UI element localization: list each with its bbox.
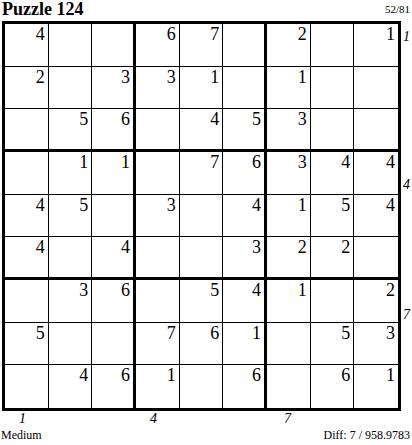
cell-r1c6[interactable] <box>223 24 267 67</box>
cell-r8c8[interactable]: 5 <box>311 323 355 366</box>
cell-r2c3[interactable]: 3 <box>92 67 136 110</box>
cell-r7c4[interactable] <box>136 280 180 323</box>
band-label-bottom-col7: 7 <box>284 412 291 426</box>
cell-r1c8[interactable] <box>311 24 355 67</box>
cell-r6c4[interactable] <box>136 237 180 280</box>
cell-r7c7[interactable]: 1 <box>267 280 311 323</box>
cell-r8c2[interactable] <box>49 323 93 366</box>
cell-r5c1[interactable]: 4 <box>5 195 49 238</box>
cell-r2c8[interactable] <box>311 67 355 110</box>
cell-r7c8[interactable] <box>311 280 355 323</box>
cell-r9c1[interactable] <box>5 365 49 408</box>
cell-r2c2[interactable] <box>49 67 93 110</box>
cell-r9c6[interactable]: 6 <box>223 365 267 408</box>
cell-r7c9[interactable]: 2 <box>354 280 398 323</box>
cell-r6c7[interactable]: 2 <box>267 237 311 280</box>
cell-r5c9[interactable]: 4 <box>354 195 398 238</box>
cell-r3c1[interactable] <box>5 109 49 152</box>
band-label-right-row7: 7 <box>403 308 410 322</box>
cell-r9c5[interactable] <box>180 365 224 408</box>
cell-r5c2[interactable]: 5 <box>49 195 93 238</box>
sudoku-board: 4672123311564531176344453415444322365412… <box>2 21 401 411</box>
difficulty-label: Medium <box>1 428 42 443</box>
cell-r3c2[interactable]: 5 <box>49 109 93 152</box>
cell-r4c4[interactable] <box>136 152 180 195</box>
cell-r7c5[interactable]: 5 <box>180 280 224 323</box>
cell-r8c1[interactable]: 5 <box>5 323 49 366</box>
cell-r4c3[interactable]: 1 <box>92 152 136 195</box>
cell-r2c6[interactable] <box>223 67 267 110</box>
cell-r1c5[interactable]: 7 <box>180 24 224 67</box>
cell-r1c4[interactable]: 6 <box>136 24 180 67</box>
cell-r1c7[interactable]: 2 <box>267 24 311 67</box>
cell-r8c9[interactable]: 3 <box>354 323 398 366</box>
cell-r2c4[interactable]: 3 <box>136 67 180 110</box>
cell-r3c6[interactable]: 5 <box>223 109 267 152</box>
cell-r1c3[interactable] <box>92 24 136 67</box>
cell-r1c2[interactable] <box>49 24 93 67</box>
cell-r4c9[interactable]: 4 <box>354 152 398 195</box>
cell-r8c4[interactable]: 7 <box>136 323 180 366</box>
cell-r3c5[interactable]: 4 <box>180 109 224 152</box>
cell-r3c8[interactable] <box>311 109 355 152</box>
difficulty-score: Diff: 7 / 958.9783 <box>324 428 410 443</box>
cell-r5c3[interactable] <box>92 195 136 238</box>
cell-r9c9[interactable]: 1 <box>354 365 398 408</box>
cell-r5c6[interactable]: 4 <box>223 195 267 238</box>
cell-r6c5[interactable] <box>180 237 224 280</box>
cell-r9c7[interactable] <box>267 365 311 408</box>
cell-r6c2[interactable] <box>49 237 93 280</box>
cell-r4c5[interactable]: 7 <box>180 152 224 195</box>
cell-r8c6[interactable]: 1 <box>223 323 267 366</box>
cell-r5c5[interactable] <box>180 195 224 238</box>
band-label-bottom-col4: 4 <box>150 412 157 426</box>
cell-r3c7[interactable]: 3 <box>267 109 311 152</box>
cell-r6c8[interactable]: 2 <box>311 237 355 280</box>
cell-r3c4[interactable] <box>136 109 180 152</box>
cell-r1c9[interactable]: 1 <box>354 24 398 67</box>
band-label-right-row4: 4 <box>403 178 410 192</box>
cell-r4c2[interactable]: 1 <box>49 152 93 195</box>
cell-r9c8[interactable]: 6 <box>311 365 355 408</box>
cell-r4c8[interactable]: 4 <box>311 152 355 195</box>
cell-r3c9[interactable] <box>354 109 398 152</box>
cell-r7c6[interactable]: 4 <box>223 280 267 323</box>
band-label-bottom-col1: 1 <box>19 412 26 426</box>
band-label-right-row1: 1 <box>403 30 410 44</box>
cell-r5c4[interactable]: 3 <box>136 195 180 238</box>
fill-counter: 52/81 <box>385 3 410 15</box>
cell-r6c9[interactable] <box>354 237 398 280</box>
cell-r9c2[interactable]: 4 <box>49 365 93 408</box>
cell-r7c2[interactable]: 3 <box>49 280 93 323</box>
cell-r7c3[interactable]: 6 <box>92 280 136 323</box>
cell-r6c6[interactable]: 3 <box>223 237 267 280</box>
cell-r9c3[interactable]: 6 <box>92 365 136 408</box>
cell-r8c3[interactable] <box>92 323 136 366</box>
cell-r2c5[interactable]: 1 <box>180 67 224 110</box>
cell-r1c1[interactable]: 4 <box>5 24 49 67</box>
cell-r6c1[interactable]: 4 <box>5 237 49 280</box>
cell-r9c4[interactable]: 1 <box>136 365 180 408</box>
cell-r2c9[interactable] <box>354 67 398 110</box>
cell-r2c1[interactable]: 2 <box>5 67 49 110</box>
puzzle-title: Puzzle 124 <box>2 0 83 20</box>
cell-r8c5[interactable]: 6 <box>180 323 224 366</box>
cell-r5c7[interactable]: 1 <box>267 195 311 238</box>
cell-r8c7[interactable] <box>267 323 311 366</box>
cell-r4c6[interactable]: 6 <box>223 152 267 195</box>
cell-r3c3[interactable]: 6 <box>92 109 136 152</box>
cell-r4c7[interactable]: 3 <box>267 152 311 195</box>
cell-r7c1[interactable] <box>5 280 49 323</box>
cell-r4c1[interactable] <box>5 152 49 195</box>
cell-r2c7[interactable]: 1 <box>267 67 311 110</box>
cell-r6c3[interactable]: 4 <box>92 237 136 280</box>
cell-r5c8[interactable]: 5 <box>311 195 355 238</box>
